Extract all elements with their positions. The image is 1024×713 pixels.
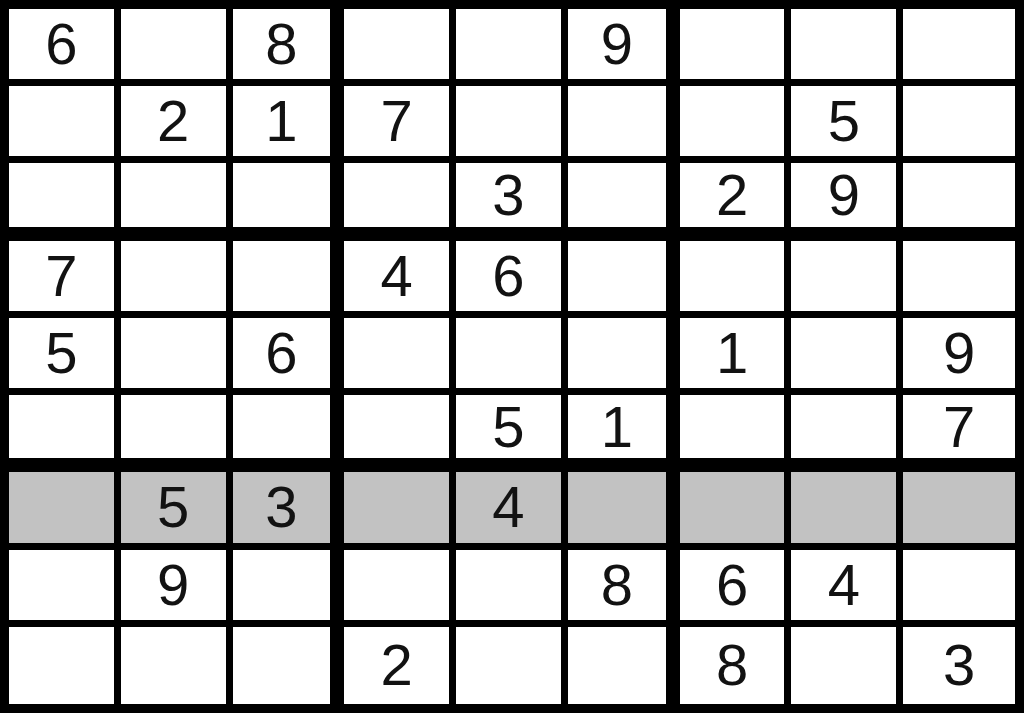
cell-r5c5[interactable] xyxy=(456,318,568,395)
cell-r6c7[interactable] xyxy=(680,395,792,472)
cell-r8c7-given[interactable]: 6 xyxy=(680,550,792,627)
cell-r2c2-given[interactable]: 2 xyxy=(121,86,233,163)
cell-r8c1[interactable] xyxy=(9,550,121,627)
cell-r7c9[interactable] xyxy=(903,472,1015,549)
cell-r5c4[interactable] xyxy=(344,318,456,395)
cell-r8c2-given[interactable]: 9 xyxy=(121,550,233,627)
cell-r6c5-given[interactable]: 5 xyxy=(456,395,568,472)
cell-r5c1-given[interactable]: 5 xyxy=(9,318,121,395)
cell-r7c4[interactable] xyxy=(344,472,456,549)
cell-r4c8[interactable] xyxy=(791,241,903,318)
cell-r7c5-given[interactable]: 4 xyxy=(456,472,568,549)
cell-r2c5[interactable] xyxy=(456,86,568,163)
cell-r7c6[interactable] xyxy=(568,472,680,549)
cell-r1c8[interactable] xyxy=(791,9,903,86)
cell-r1c9[interactable] xyxy=(903,9,1015,86)
cell-r1c1-given[interactable]: 6 xyxy=(9,9,121,86)
cell-r1c3-given[interactable]: 8 xyxy=(233,9,345,86)
cell-r4c2[interactable] xyxy=(121,241,233,318)
cell-r9c3[interactable] xyxy=(233,627,345,704)
cell-r1c2[interactable] xyxy=(121,9,233,86)
cell-r3c4[interactable] xyxy=(344,163,456,240)
cell-r4c3[interactable] xyxy=(233,241,345,318)
cell-r8c3[interactable] xyxy=(233,550,345,627)
cell-r5c2[interactable] xyxy=(121,318,233,395)
cell-r9c1[interactable] xyxy=(9,627,121,704)
cell-r8c8-given[interactable]: 4 xyxy=(791,550,903,627)
cell-r1c6-given[interactable]: 9 xyxy=(568,9,680,86)
cell-r6c9-given[interactable]: 7 xyxy=(903,395,1015,472)
cell-r9c9-given[interactable]: 3 xyxy=(903,627,1015,704)
cell-r2c3-given[interactable]: 1 xyxy=(233,86,345,163)
cell-r9c5[interactable] xyxy=(456,627,568,704)
cell-r4c1-given[interactable]: 7 xyxy=(9,241,121,318)
cell-r6c3[interactable] xyxy=(233,395,345,472)
cell-r5c3-given[interactable]: 6 xyxy=(233,318,345,395)
cell-r8c5[interactable] xyxy=(456,550,568,627)
cell-r2c8-given[interactable]: 5 xyxy=(791,86,903,163)
cell-r8c4[interactable] xyxy=(344,550,456,627)
cell-r7c7[interactable] xyxy=(680,472,792,549)
cell-r4c5-given[interactable]: 6 xyxy=(456,241,568,318)
cell-r1c7[interactable] xyxy=(680,9,792,86)
cell-r6c2[interactable] xyxy=(121,395,233,472)
cell-r2c6[interactable] xyxy=(568,86,680,163)
cell-r1c5[interactable] xyxy=(456,9,568,86)
cell-r9c4-given[interactable]: 2 xyxy=(344,627,456,704)
cell-r6c4[interactable] xyxy=(344,395,456,472)
cell-r5c7-given[interactable]: 1 xyxy=(680,318,792,395)
cell-r9c2[interactable] xyxy=(121,627,233,704)
cell-r2c9[interactable] xyxy=(903,86,1015,163)
cell-r9c8[interactable] xyxy=(791,627,903,704)
cell-r8c9[interactable] xyxy=(903,550,1015,627)
cell-r3c5-given[interactable]: 3 xyxy=(456,163,568,240)
cell-r7c3-given[interactable]: 3 xyxy=(233,472,345,549)
cell-r1c4[interactable] xyxy=(344,9,456,86)
cell-r9c6[interactable] xyxy=(568,627,680,704)
cell-r2c7[interactable] xyxy=(680,86,792,163)
cell-r5c6[interactable] xyxy=(568,318,680,395)
cell-r7c8[interactable] xyxy=(791,472,903,549)
cell-r3c8-given[interactable]: 9 xyxy=(791,163,903,240)
cell-r2c4-given[interactable]: 7 xyxy=(344,86,456,163)
cell-r4c4-given[interactable]: 4 xyxy=(344,241,456,318)
cell-r3c3[interactable] xyxy=(233,163,345,240)
cell-r6c1[interactable] xyxy=(9,395,121,472)
cell-r3c2[interactable] xyxy=(121,163,233,240)
cell-r9c7-given[interactable]: 8 xyxy=(680,627,792,704)
cell-r7c2-given[interactable]: 5 xyxy=(121,472,233,549)
cell-r4c7[interactable] xyxy=(680,241,792,318)
cell-r7c1[interactable] xyxy=(9,472,121,549)
cell-r3c1[interactable] xyxy=(9,163,121,240)
cell-r3c9[interactable] xyxy=(903,163,1015,240)
cell-r2c1[interactable] xyxy=(9,86,121,163)
sudoku-board: 689217532974656195175349864283 xyxy=(0,0,1024,713)
cell-r6c6-given[interactable]: 1 xyxy=(568,395,680,472)
cell-r4c9[interactable] xyxy=(903,241,1015,318)
cell-r3c7-given[interactable]: 2 xyxy=(680,163,792,240)
cell-r5c9-given[interactable]: 9 xyxy=(903,318,1015,395)
cell-r5c8[interactable] xyxy=(791,318,903,395)
cell-r8c6-given[interactable]: 8 xyxy=(568,550,680,627)
cell-r3c6[interactable] xyxy=(568,163,680,240)
cell-r4c6[interactable] xyxy=(568,241,680,318)
cell-r6c8[interactable] xyxy=(791,395,903,472)
